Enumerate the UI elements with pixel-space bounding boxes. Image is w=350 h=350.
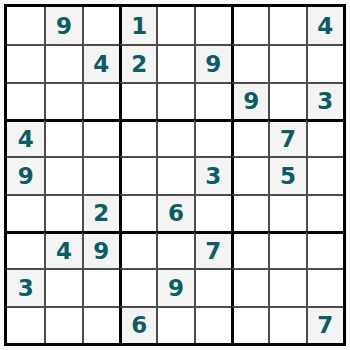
cell-r1c4: 1 (119, 7, 156, 44)
cell-r7c9[interactable] (306, 231, 343, 268)
cell-r9c8[interactable] (268, 306, 305, 343)
cell-r7c8[interactable] (268, 231, 305, 268)
cell-r2c2[interactable] (44, 44, 81, 81)
cell-r9c7[interactable] (231, 306, 268, 343)
cell-r2c5[interactable] (156, 44, 193, 81)
cell-r7c3: 9 (82, 231, 119, 268)
cell-r8c3[interactable] (82, 268, 119, 305)
cell-r1c7[interactable] (231, 7, 268, 44)
cell-r5c1: 9 (7, 156, 44, 193)
cell-r4c5[interactable] (156, 119, 193, 156)
cell-r9c6[interactable] (194, 306, 231, 343)
cell-r5c4[interactable] (119, 156, 156, 193)
cell-r7c7[interactable] (231, 231, 268, 268)
cell-r7c4[interactable] (119, 231, 156, 268)
cell-r4c7[interactable] (231, 119, 268, 156)
cell-r8c9[interactable] (306, 268, 343, 305)
cell-r2c7[interactable] (231, 44, 268, 81)
cell-r1c3[interactable] (82, 7, 119, 44)
cell-r8c2[interactable] (44, 268, 81, 305)
cell-r5c5[interactable] (156, 156, 193, 193)
cell-r3c4[interactable] (119, 82, 156, 119)
cell-r2c8[interactable] (268, 44, 305, 81)
cell-r4c1: 4 (7, 119, 44, 156)
cell-r4c9[interactable] (306, 119, 343, 156)
cell-r4c4[interactable] (119, 119, 156, 156)
cell-r7c1[interactable] (7, 231, 44, 268)
cell-r3c1[interactable] (7, 82, 44, 119)
cell-r9c3[interactable] (82, 306, 119, 343)
cell-r4c8: 7 (268, 119, 305, 156)
cell-r9c1[interactable] (7, 306, 44, 343)
cell-r3c8[interactable] (268, 82, 305, 119)
cell-r6c7[interactable] (231, 194, 268, 231)
cell-r5c2[interactable] (44, 156, 81, 193)
cell-r3c5[interactable] (156, 82, 193, 119)
cell-r1c9: 4 (306, 7, 343, 44)
cell-r5c8: 5 (268, 156, 305, 193)
cell-r2c4: 2 (119, 44, 156, 81)
cell-r6c4[interactable] (119, 194, 156, 231)
cell-r2c1[interactable] (7, 44, 44, 81)
cell-r3c6[interactable] (194, 82, 231, 119)
cell-r6c8[interactable] (268, 194, 305, 231)
cell-r5c6: 3 (194, 156, 231, 193)
sudoku-grid: 9144299347935264973967 (4, 4, 346, 346)
cell-r8c7[interactable] (231, 268, 268, 305)
cell-r1c1[interactable] (7, 7, 44, 44)
cell-r9c5[interactable] (156, 306, 193, 343)
cell-r8c6[interactable] (194, 268, 231, 305)
cell-r3c9: 3 (306, 82, 343, 119)
cell-r6c6[interactable] (194, 194, 231, 231)
cell-r7c2: 4 (44, 231, 81, 268)
cell-r2c6: 9 (194, 44, 231, 81)
cell-r7c5[interactable] (156, 231, 193, 268)
cell-r3c3[interactable] (82, 82, 119, 119)
cell-r4c3[interactable] (82, 119, 119, 156)
cell-r9c2[interactable] (44, 306, 81, 343)
cell-r4c2[interactable] (44, 119, 81, 156)
cell-r6c1[interactable] (7, 194, 44, 231)
cell-r5c9[interactable] (306, 156, 343, 193)
cell-r9c4: 6 (119, 306, 156, 343)
cell-r9c9: 7 (306, 306, 343, 343)
cell-r6c9[interactable] (306, 194, 343, 231)
cell-r1c5[interactable] (156, 7, 193, 44)
cell-r2c9[interactable] (306, 44, 343, 81)
cell-r4c6[interactable] (194, 119, 231, 156)
cell-r5c7[interactable] (231, 156, 268, 193)
cell-r6c2[interactable] (44, 194, 81, 231)
cell-r2c3: 4 (82, 44, 119, 81)
cell-r1c2: 9 (44, 7, 81, 44)
cell-r5c3[interactable] (82, 156, 119, 193)
cell-r8c1: 3 (7, 268, 44, 305)
cell-r3c2[interactable] (44, 82, 81, 119)
cell-r7c6: 7 (194, 231, 231, 268)
cell-r1c8[interactable] (268, 7, 305, 44)
cell-r3c7: 9 (231, 82, 268, 119)
cell-r8c8[interactable] (268, 268, 305, 305)
cell-r8c5: 9 (156, 268, 193, 305)
cell-r8c4[interactable] (119, 268, 156, 305)
cell-r1c6[interactable] (194, 7, 231, 44)
cell-r6c3: 2 (82, 194, 119, 231)
cell-r6c5: 6 (156, 194, 193, 231)
